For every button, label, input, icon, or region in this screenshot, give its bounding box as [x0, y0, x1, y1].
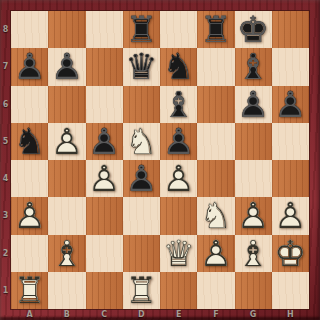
- black-bishop-g7[interactable]: ♝♗: [235, 48, 272, 85]
- black-pawn-e5[interactable]: ♟♙: [160, 123, 197, 160]
- square-c4[interactable]: ♟♙: [86, 160, 123, 197]
- white-pawn-a3[interactable]: ♟♙: [11, 197, 48, 234]
- black-knight-e7[interactable]: ♞♘: [160, 48, 197, 85]
- square-d2[interactable]: [123, 235, 160, 272]
- square-f7[interactable]: [197, 48, 234, 85]
- board: ♜♖♜♖♚♔♟♙♟♙♛♕♞♘♝♗♝♗♟♙♟♙♞♘♟♙♟♙♞♘♟♙♟♙♟♙♟♙♟♙…: [11, 11, 309, 309]
- square-h5[interactable]: [272, 123, 309, 160]
- piece-fill-glyph: ♟: [11, 197, 48, 234]
- piece-line-glyph: ♗: [160, 86, 197, 123]
- piece-line-glyph: ♗: [235, 235, 272, 272]
- piece-fill-glyph: ♟: [123, 160, 160, 197]
- rank-label-3: 3: [0, 197, 11, 234]
- rank-label-4: 4: [0, 160, 11, 197]
- piece-fill-glyph: ♝: [235, 235, 272, 272]
- piece-line-glyph: ♙: [160, 123, 197, 160]
- square-e5[interactable]: ♟♙: [160, 123, 197, 160]
- piece-fill-glyph: ♝: [48, 235, 85, 272]
- piece-fill-glyph: ♟: [160, 123, 197, 160]
- square-f4[interactable]: [197, 160, 234, 197]
- piece-line-glyph: ♙: [235, 86, 272, 123]
- square-f2[interactable]: ♟♙: [197, 235, 234, 272]
- square-b2[interactable]: ♝♗: [48, 235, 85, 272]
- square-g8[interactable]: ♚♔: [235, 11, 272, 48]
- square-e2[interactable]: ♛♕: [160, 235, 197, 272]
- black-pawn-h6[interactable]: ♟♙: [272, 86, 309, 123]
- square-d6[interactable]: [123, 86, 160, 123]
- piece-line-glyph: ♙: [235, 197, 272, 234]
- piece-line-glyph: ♙: [86, 160, 123, 197]
- piece-fill-glyph: ♞: [11, 123, 48, 160]
- square-b3[interactable]: [48, 197, 85, 234]
- square-e1[interactable]: [160, 272, 197, 309]
- piece-fill-glyph: ♟: [86, 160, 123, 197]
- board-frame: ♜♖♜♖♚♔♟♙♟♙♛♕♞♘♝♗♝♗♟♙♟♙♞♘♟♙♟♙♞♘♟♙♟♙♟♙♟♙♟♙…: [0, 0, 320, 320]
- black-knight-a5[interactable]: ♞♘: [11, 123, 48, 160]
- rank-label-8: 8: [0, 11, 11, 48]
- white-pawn-g3[interactable]: ♟♙: [235, 197, 272, 234]
- piece-line-glyph: ♙: [48, 48, 85, 85]
- square-h4[interactable]: [272, 160, 309, 197]
- piece-line-glyph: ♙: [272, 197, 309, 234]
- white-bishop-b2[interactable]: ♝♗: [48, 235, 85, 272]
- square-b5[interactable]: ♟♙: [48, 123, 85, 160]
- white-rook-d1[interactable]: ♜♖: [123, 272, 160, 309]
- white-knight-d5[interactable]: ♞♘: [123, 123, 160, 160]
- square-c5[interactable]: ♟♙: [86, 123, 123, 160]
- square-b1[interactable]: [48, 272, 85, 309]
- square-a7[interactable]: ♟♙: [11, 48, 48, 85]
- piece-fill-glyph: ♜: [11, 272, 48, 309]
- piece-line-glyph: ♘: [160, 48, 197, 85]
- piece-fill-glyph: ♛: [123, 48, 160, 85]
- file-label-c: C: [86, 309, 123, 320]
- square-g3[interactable]: ♟♙: [235, 197, 272, 234]
- piece-fill-glyph: ♜: [123, 272, 160, 309]
- square-a4[interactable]: [11, 160, 48, 197]
- square-f1[interactable]: [197, 272, 234, 309]
- black-queen-d7[interactable]: ♛♕: [123, 48, 160, 85]
- piece-fill-glyph: ♛: [160, 235, 197, 272]
- piece-fill-glyph: ♟: [48, 48, 85, 85]
- square-e7[interactable]: ♞♘: [160, 48, 197, 85]
- file-label-d: D: [123, 309, 160, 320]
- square-d8[interactable]: ♜♖: [123, 11, 160, 48]
- square-g7[interactable]: ♝♗: [235, 48, 272, 85]
- piece-line-glyph: ♘: [197, 197, 234, 234]
- piece-line-glyph: ♔: [235, 11, 272, 48]
- square-d1[interactable]: ♜♖: [123, 272, 160, 309]
- piece-fill-glyph: ♝: [235, 48, 272, 85]
- piece-line-glyph: ♙: [48, 123, 85, 160]
- square-c3[interactable]: [86, 197, 123, 234]
- square-a2[interactable]: [11, 235, 48, 272]
- file-label-e: E: [160, 309, 197, 320]
- rank-label-6: 6: [0, 86, 11, 123]
- rank-label-2: 2: [0, 235, 11, 272]
- file-label-h: H: [272, 309, 309, 320]
- square-e8[interactable]: [160, 11, 197, 48]
- white-pawn-b5[interactable]: ♟♙: [48, 123, 85, 160]
- piece-line-glyph: ♔: [272, 235, 309, 272]
- square-f5[interactable]: [197, 123, 234, 160]
- piece-line-glyph: ♗: [235, 48, 272, 85]
- piece-line-glyph: ♙: [123, 160, 160, 197]
- white-pawn-f2[interactable]: ♟♙: [197, 235, 234, 272]
- square-b8[interactable]: [48, 11, 85, 48]
- square-d7[interactable]: ♛♕: [123, 48, 160, 85]
- square-g2[interactable]: ♝♗: [235, 235, 272, 272]
- piece-line-glyph: ♘: [123, 123, 160, 160]
- square-c7[interactable]: [86, 48, 123, 85]
- black-pawn-d4[interactable]: ♟♙: [123, 160, 160, 197]
- piece-line-glyph: ♙: [197, 235, 234, 272]
- file-label-g: G: [235, 309, 272, 320]
- square-g1[interactable]: [235, 272, 272, 309]
- piece-line-glyph: ♖: [123, 11, 160, 48]
- black-pawn-c5[interactable]: ♟♙: [86, 123, 123, 160]
- square-h6[interactable]: ♟♙: [272, 86, 309, 123]
- square-h3[interactable]: ♟♙: [272, 197, 309, 234]
- square-f3[interactable]: ♞♘: [197, 197, 234, 234]
- square-e3[interactable]: [160, 197, 197, 234]
- square-a3[interactable]: ♟♙: [11, 197, 48, 234]
- square-f8[interactable]: ♜♖: [197, 11, 234, 48]
- square-a1[interactable]: ♜♖: [11, 272, 48, 309]
- piece-line-glyph: ♙: [272, 86, 309, 123]
- square-g5[interactable]: [235, 123, 272, 160]
- square-c2[interactable]: [86, 235, 123, 272]
- piece-line-glyph: ♙: [160, 160, 197, 197]
- piece-line-glyph: ♙: [11, 48, 48, 85]
- square-d3[interactable]: [123, 197, 160, 234]
- file-label-b: B: [48, 309, 85, 320]
- piece-fill-glyph: ♜: [197, 11, 234, 48]
- piece-line-glyph: ♕: [123, 48, 160, 85]
- piece-fill-glyph: ♝: [160, 86, 197, 123]
- square-b7[interactable]: ♟♙: [48, 48, 85, 85]
- piece-fill-glyph: ♟: [235, 86, 272, 123]
- piece-fill-glyph: ♟: [160, 160, 197, 197]
- black-pawn-g6[interactable]: ♟♙: [235, 86, 272, 123]
- black-king-g8[interactable]: ♚♔: [235, 11, 272, 48]
- piece-fill-glyph: ♟: [48, 123, 85, 160]
- white-pawn-c4[interactable]: ♟♙: [86, 160, 123, 197]
- square-c6[interactable]: [86, 86, 123, 123]
- piece-line-glyph: ♙: [11, 197, 48, 234]
- rank-label-5: 5: [0, 123, 11, 160]
- piece-fill-glyph: ♞: [197, 197, 234, 234]
- piece-fill-glyph: ♞: [160, 48, 197, 85]
- piece-fill-glyph: ♟: [86, 123, 123, 160]
- white-knight-f3[interactable]: ♞♘: [197, 197, 234, 234]
- piece-fill-glyph: ♞: [123, 123, 160, 160]
- piece-line-glyph: ♖: [11, 272, 48, 309]
- white-queen-e2[interactable]: ♛♕: [160, 235, 197, 272]
- square-a6[interactable]: [11, 86, 48, 123]
- piece-line-glyph: ♗: [48, 235, 85, 272]
- square-d5[interactable]: ♞♘: [123, 123, 160, 160]
- white-king-h2[interactable]: ♚♔: [272, 235, 309, 272]
- piece-fill-glyph: ♚: [235, 11, 272, 48]
- square-e6[interactable]: ♝♗: [160, 86, 197, 123]
- piece-line-glyph: ♘: [11, 123, 48, 160]
- square-b6[interactable]: [48, 86, 85, 123]
- piece-fill-glyph: ♟: [272, 197, 309, 234]
- square-g4[interactable]: [235, 160, 272, 197]
- square-c8[interactable]: [86, 11, 123, 48]
- white-pawn-h3[interactable]: ♟♙: [272, 197, 309, 234]
- piece-line-glyph: ♕: [160, 235, 197, 272]
- piece-fill-glyph: ♜: [123, 11, 160, 48]
- square-e4[interactable]: ♟♙: [160, 160, 197, 197]
- square-a5[interactable]: ♞♘: [11, 123, 48, 160]
- white-pawn-e4[interactable]: ♟♙: [160, 160, 197, 197]
- square-h2[interactable]: ♚♔: [272, 235, 309, 272]
- square-g6[interactable]: ♟♙: [235, 86, 272, 123]
- white-bishop-g2[interactable]: ♝♗: [235, 235, 272, 272]
- square-h1[interactable]: [272, 272, 309, 309]
- black-bishop-e6[interactable]: ♝♗: [160, 86, 197, 123]
- white-rook-a1[interactable]: ♜♖: [11, 272, 48, 309]
- square-a8[interactable]: [11, 11, 48, 48]
- square-c1[interactable]: [86, 272, 123, 309]
- piece-line-glyph: ♙: [86, 123, 123, 160]
- black-pawn-b7[interactable]: ♟♙: [48, 48, 85, 85]
- piece-fill-glyph: ♟: [235, 197, 272, 234]
- piece-fill-glyph: ♚: [272, 235, 309, 272]
- piece-fill-glyph: ♟: [11, 48, 48, 85]
- black-rook-f8[interactable]: ♜♖: [197, 11, 234, 48]
- piece-line-glyph: ♖: [197, 11, 234, 48]
- piece-fill-glyph: ♟: [272, 86, 309, 123]
- piece-fill-glyph: ♟: [197, 235, 234, 272]
- square-f6[interactable]: [197, 86, 234, 123]
- piece-line-glyph: ♖: [123, 272, 160, 309]
- square-d4[interactable]: ♟♙: [123, 160, 160, 197]
- square-h7[interactable]: [272, 48, 309, 85]
- black-pawn-a7[interactable]: ♟♙: [11, 48, 48, 85]
- square-h8[interactable]: [272, 11, 309, 48]
- file-label-a: A: [11, 309, 48, 320]
- rank-label-7: 7: [0, 48, 11, 85]
- rank-label-1: 1: [0, 272, 11, 309]
- file-label-f: F: [197, 309, 234, 320]
- square-b4[interactable]: [48, 160, 85, 197]
- black-rook-d8[interactable]: ♜♖: [123, 11, 160, 48]
